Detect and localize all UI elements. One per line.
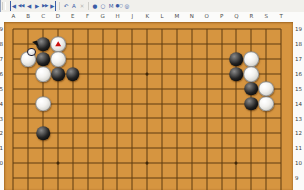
board-cell-O11[interactable] xyxy=(199,141,214,156)
board-cell-O9[interactable] xyxy=(199,170,214,185)
board-cell-B16[interactable] xyxy=(21,67,36,82)
board-cell-K18[interactable] xyxy=(140,37,155,52)
board-cell-B11[interactable] xyxy=(21,141,36,156)
board-cell-R18[interactable] xyxy=(244,37,259,52)
board-cell-J9[interactable] xyxy=(125,170,140,185)
board-cell-G11[interactable] xyxy=(95,141,110,156)
board-cell-R13[interactable] xyxy=(244,111,259,126)
column-label: O xyxy=(205,13,209,19)
white-stone-R17[interactable] xyxy=(244,51,260,67)
board-cell-D10[interactable] xyxy=(51,156,66,171)
board-cell-A16[interactable] xyxy=(6,67,21,82)
board-cell-H19[interactable] xyxy=(110,22,125,37)
board-cell-A18[interactable] xyxy=(6,37,21,52)
board-cell-H11[interactable] xyxy=(110,141,125,156)
board-cell-E12[interactable] xyxy=(65,126,80,141)
board-cell-E17[interactable] xyxy=(65,52,80,67)
undo-tool-button[interactable]: ↶ xyxy=(62,1,70,11)
board-cell-A14[interactable] xyxy=(6,96,21,111)
board-cell-H16[interactable] xyxy=(110,67,125,82)
board-cell-Q17[interactable] xyxy=(229,52,244,67)
black-stone-Q17[interactable] xyxy=(230,52,244,66)
column-label: B xyxy=(26,13,30,19)
board-cell-Q9[interactable] xyxy=(229,170,244,185)
board-cell-J10[interactable] xyxy=(125,156,140,171)
row-label-clipped: 14 xyxy=(0,101,3,107)
board-cell-J17[interactable] xyxy=(125,52,140,67)
board-cell-M8[interactable] xyxy=(170,185,185,190)
board-cell-P12[interactable] xyxy=(214,126,229,141)
board-cell-S8[interactable] xyxy=(259,185,274,190)
go-editor-window: ◀◀◀◀▶▶▶▶↶A✕●○M●○◎ ABCDEFGHJKLMNOPQRST 19… xyxy=(0,0,304,190)
board-cell-Q8[interactable] xyxy=(229,185,244,190)
board-cell-C19[interactable] xyxy=(36,22,51,37)
nav-forward-10-button[interactable]: ▶▶ xyxy=(41,1,49,11)
row-label-clipped: 13 xyxy=(0,116,3,122)
board-cell-M11[interactable] xyxy=(170,141,185,156)
row-label: 13 xyxy=(295,116,302,122)
board-cell-O12[interactable] xyxy=(199,126,214,141)
board-cell-Q16[interactable] xyxy=(229,67,244,82)
column-labels-strip: ABCDEFGHJKLMNOPQRST xyxy=(0,12,304,22)
board-cell-L17[interactable] xyxy=(155,52,170,67)
board-cell-L11[interactable] xyxy=(155,141,170,156)
board-cell-E16[interactable] xyxy=(65,67,80,82)
board-cell-P17[interactable] xyxy=(214,52,229,67)
board-cell-R19[interactable] xyxy=(244,22,259,37)
column-label: A xyxy=(11,13,15,19)
board-cell-L14[interactable] xyxy=(155,96,170,111)
white-stone-S14[interactable] xyxy=(258,96,274,112)
board-cell-L16[interactable] xyxy=(155,67,170,82)
board-cell-B14[interactable] xyxy=(21,96,36,111)
pass-tool-button[interactable]: ✕ xyxy=(78,1,86,11)
board-cell-K14[interactable] xyxy=(140,96,155,111)
board-cell-A11[interactable] xyxy=(6,141,21,156)
board-cell-C9[interactable] xyxy=(36,170,51,185)
board-cell-T14[interactable] xyxy=(274,96,289,111)
board-cell-R12[interactable] xyxy=(244,126,259,141)
board-cell-N9[interactable] xyxy=(184,170,199,185)
board-cell-F14[interactable] xyxy=(80,96,95,111)
board-cell-K16[interactable] xyxy=(140,67,155,82)
board-cell-J13[interactable] xyxy=(125,111,140,126)
board-cell-H17[interactable] xyxy=(110,52,125,67)
white-stone-D18[interactable] xyxy=(50,36,66,52)
board-cell-T18[interactable] xyxy=(274,37,289,52)
board-cell-O10[interactable] xyxy=(199,156,214,171)
board-cell-C12[interactable] xyxy=(36,126,51,141)
board-cell-M17[interactable] xyxy=(170,52,185,67)
cursor-stone-icon xyxy=(27,48,36,57)
board-cell-F16[interactable] xyxy=(80,67,95,82)
board-cell-P10[interactable] xyxy=(214,156,229,171)
board-cell-M13[interactable] xyxy=(170,111,185,126)
board-cell-D14[interactable] xyxy=(51,96,66,111)
board-cell-J16[interactable] xyxy=(125,67,140,82)
board-cell-J12[interactable] xyxy=(125,126,140,141)
board-cell-L9[interactable] xyxy=(155,170,170,185)
board-cell-J11[interactable] xyxy=(125,141,140,156)
board-cell-P18[interactable] xyxy=(214,37,229,52)
column-label: T xyxy=(279,13,282,19)
white-stone-C16[interactable] xyxy=(35,66,51,82)
board-cell-N12[interactable] xyxy=(184,126,199,141)
white-stone-C14[interactable] xyxy=(35,96,51,112)
board-cell-L10[interactable] xyxy=(155,156,170,171)
board-cell-B10[interactable] xyxy=(21,156,36,171)
board-cell-E10[interactable] xyxy=(65,156,80,171)
black-stone-E16[interactable] xyxy=(66,67,80,81)
board-cell-E19[interactable] xyxy=(65,22,80,37)
board-cell-P19[interactable] xyxy=(214,22,229,37)
board-cell-N18[interactable] xyxy=(184,37,199,52)
board-cell-F13[interactable] xyxy=(80,111,95,126)
column-label: J xyxy=(132,13,134,19)
board-cell-O15[interactable] xyxy=(199,81,214,96)
board-cell-D9[interactable] xyxy=(51,170,66,185)
board-cell-E11[interactable] xyxy=(65,141,80,156)
board-cell-H10[interactable] xyxy=(110,156,125,171)
board-cell-T15[interactable] xyxy=(274,81,289,96)
row-label-clipped: 11 xyxy=(0,145,3,151)
board-cell-F19[interactable] xyxy=(80,22,95,37)
board-cell-M14[interactable] xyxy=(170,96,185,111)
board-cell-G19[interactable] xyxy=(95,22,110,37)
board-cell-F9[interactable] xyxy=(80,170,95,185)
board-cell-S10[interactable] xyxy=(259,156,274,171)
board-cell-M12[interactable] xyxy=(170,126,185,141)
board-cell-G15[interactable] xyxy=(95,81,110,96)
board-cell-J19[interactable] xyxy=(125,22,140,37)
board-cell-E9[interactable] xyxy=(65,170,80,185)
column-label: D xyxy=(56,13,60,19)
board-cell-T11[interactable] xyxy=(274,141,289,156)
board-cell-A10[interactable] xyxy=(6,156,21,171)
stone-placement-cursor-icon xyxy=(26,41,40,58)
board-cell-H8[interactable] xyxy=(110,185,125,190)
board-cell-A12[interactable] xyxy=(6,126,21,141)
board-cell-K10[interactable] xyxy=(140,156,155,171)
board-cell-G10[interactable] xyxy=(95,156,110,171)
white-stone-R16[interactable] xyxy=(244,66,260,82)
board-cell-D19[interactable] xyxy=(51,22,66,37)
board-cell-B13[interactable] xyxy=(21,111,36,126)
board-cell-S17[interactable] xyxy=(259,52,274,67)
white-stone-tool-button[interactable]: ○ xyxy=(99,1,107,11)
board-cell-G13[interactable] xyxy=(95,111,110,126)
board-cell-N10[interactable] xyxy=(184,156,199,171)
board-cell-K11[interactable] xyxy=(140,141,155,156)
board-cell-R8[interactable] xyxy=(244,185,259,190)
board-cell-D15[interactable] xyxy=(51,81,66,96)
board-cell-T17[interactable] xyxy=(274,52,289,67)
star-point xyxy=(235,162,238,165)
board-cell-P13[interactable] xyxy=(214,111,229,126)
nav-forward-button-icon: ▶ xyxy=(35,1,39,11)
board-cell-P14[interactable] xyxy=(214,96,229,111)
row-label-clipped: 12 xyxy=(0,130,3,136)
board-cell-F12[interactable] xyxy=(80,126,95,141)
board-cell-D8[interactable] xyxy=(51,185,66,190)
nav-last-button-icon: ▶ xyxy=(50,1,56,11)
board-cell-T19[interactable] xyxy=(274,22,289,37)
board-cell-J14[interactable] xyxy=(125,96,140,111)
board-cell-E14[interactable] xyxy=(65,96,80,111)
board-cell-J15[interactable] xyxy=(125,81,140,96)
board-cell-C16[interactable] xyxy=(36,67,51,82)
toolbar-separator xyxy=(59,2,60,10)
board-cell-F11[interactable] xyxy=(80,141,95,156)
toolbar-grip[interactable] xyxy=(2,2,6,10)
board-cell-A15[interactable] xyxy=(6,81,21,96)
board-cell-G18[interactable] xyxy=(95,37,110,52)
find-move-button[interactable]: M xyxy=(107,1,115,11)
board-cell-S14[interactable] xyxy=(259,96,274,111)
board-cell-L18[interactable] xyxy=(155,37,170,52)
board-cell-N17[interactable] xyxy=(184,52,199,67)
board-cell-Q13[interactable] xyxy=(229,111,244,126)
board-cell-R17[interactable] xyxy=(244,52,259,67)
board-cell-P11[interactable] xyxy=(214,141,229,156)
board-cell-N13[interactable] xyxy=(184,111,199,126)
board-cell-G9[interactable] xyxy=(95,170,110,185)
board-cell-C13[interactable] xyxy=(36,111,51,126)
board-cell-Q14[interactable] xyxy=(229,96,244,111)
board-cell-G17[interactable] xyxy=(95,52,110,67)
board-cell-N15[interactable] xyxy=(184,81,199,96)
column-label: L xyxy=(161,13,164,19)
board-cell-G8[interactable] xyxy=(95,185,110,190)
board-cell-H13[interactable] xyxy=(110,111,125,126)
board-cell-T8[interactable] xyxy=(274,185,289,190)
board-cell-C14[interactable] xyxy=(36,96,51,111)
board-cell-T16[interactable] xyxy=(274,67,289,82)
board-cell-D11[interactable] xyxy=(51,141,66,156)
board-cell-L12[interactable] xyxy=(155,126,170,141)
board-cell-L19[interactable] xyxy=(155,22,170,37)
board-cell-A19[interactable] xyxy=(6,22,21,37)
board-cell-Q11[interactable] xyxy=(229,141,244,156)
board-cell-D18[interactable] xyxy=(51,37,66,52)
board-cell-O17[interactable] xyxy=(199,52,214,67)
board-cell-O14[interactable] xyxy=(199,96,214,111)
nav-first-button[interactable]: ◀ xyxy=(9,1,17,11)
board-cell-F10[interactable] xyxy=(80,156,95,171)
board-cell-C15[interactable] xyxy=(36,81,51,96)
board-cell-H12[interactable] xyxy=(110,126,125,141)
row-label: 12 xyxy=(295,130,302,136)
board-cell-O19[interactable] xyxy=(199,22,214,37)
board-cell-H9[interactable] xyxy=(110,170,125,185)
board-cell-L13[interactable] xyxy=(155,111,170,126)
column-label: E xyxy=(71,13,74,19)
board-cell-G16[interactable] xyxy=(95,67,110,82)
board-cell-S15[interactable] xyxy=(259,81,274,96)
nav-back-10-button-icon: ◀◀ xyxy=(18,1,24,11)
board-cell-L8[interactable] xyxy=(155,185,170,190)
black-stone-C12[interactable] xyxy=(36,127,50,141)
board-cell-S11[interactable] xyxy=(259,141,274,156)
board-cell-O18[interactable] xyxy=(199,37,214,52)
column-label: K xyxy=(145,13,149,19)
board-cell-H18[interactable] xyxy=(110,37,125,52)
board-cell-J18[interactable] xyxy=(125,37,140,52)
board-cell-P16[interactable] xyxy=(214,67,229,82)
board-cell-N8[interactable] xyxy=(184,185,199,190)
board-cell-T9[interactable] xyxy=(274,170,289,185)
board-cell-E13[interactable] xyxy=(65,111,80,126)
row-label: 9 xyxy=(295,175,299,181)
board-cell-K15[interactable] xyxy=(140,81,155,96)
board-cell-Q15[interactable] xyxy=(229,81,244,96)
board-cell-G14[interactable] xyxy=(95,96,110,111)
board-cell-C8[interactable] xyxy=(36,185,51,190)
row-label-clipped: 10 xyxy=(0,160,3,166)
board-cell-B9[interactable] xyxy=(21,170,36,185)
board-cell-P15[interactable] xyxy=(214,81,229,96)
board-cell-D13[interactable] xyxy=(51,111,66,126)
board-cell-B8[interactable] xyxy=(21,185,36,190)
black-stone-R14[interactable] xyxy=(245,97,259,111)
board-cell-E18[interactable] xyxy=(65,37,80,52)
board-cell-K12[interactable] xyxy=(140,126,155,141)
column-label: F xyxy=(86,13,89,19)
black-stone-D16[interactable] xyxy=(51,67,65,81)
board-cell-B12[interactable] xyxy=(21,126,36,141)
letter-mark-tool-button[interactable]: A xyxy=(70,1,78,11)
board-cell-M9[interactable] xyxy=(170,170,185,185)
board-cell-O8[interactable] xyxy=(199,185,214,190)
board-cell-Q10[interactable] xyxy=(229,156,244,171)
board-cell-D16[interactable] xyxy=(51,67,66,82)
nav-back-10-button[interactable]: ◀◀ xyxy=(17,1,25,11)
board-cell-P9[interactable] xyxy=(214,170,229,185)
board-cell-E8[interactable] xyxy=(65,185,80,190)
board-cell-K17[interactable] xyxy=(140,52,155,67)
row-label: 11 xyxy=(295,145,302,151)
go-board[interactable] xyxy=(4,22,293,190)
board-cell-M10[interactable] xyxy=(170,156,185,171)
board-cell-R15[interactable] xyxy=(244,81,259,96)
board-cell-S16[interactable] xyxy=(259,67,274,82)
board-cell-D12[interactable] xyxy=(51,126,66,141)
board-cell-H14[interactable] xyxy=(110,96,125,111)
board-cell-F18[interactable] xyxy=(80,37,95,52)
nav-last-button[interactable]: ▶ xyxy=(49,1,57,11)
board-cell-N14[interactable] xyxy=(184,96,199,111)
board-cell-A17[interactable] xyxy=(6,52,21,67)
board-cell-B15[interactable] xyxy=(21,81,36,96)
board-cell-L15[interactable] xyxy=(155,81,170,96)
zoom-tool-button[interactable]: ◎ xyxy=(123,1,131,11)
row-label-clipped: 15 xyxy=(0,86,3,92)
board-cell-Q12[interactable] xyxy=(229,126,244,141)
row-label-clipped: 18 xyxy=(0,41,3,47)
board-cell-K19[interactable] xyxy=(140,22,155,37)
board-cell-S13[interactable] xyxy=(259,111,274,126)
window-edge xyxy=(0,0,1,12)
nav-back-button-icon: ◀ xyxy=(27,1,31,11)
column-label: R xyxy=(249,13,253,19)
board-cell-N11[interactable] xyxy=(184,141,199,156)
board-cell-M15[interactable] xyxy=(170,81,185,96)
board-cell-S9[interactable] xyxy=(259,170,274,185)
board-cell-M16[interactable] xyxy=(170,67,185,82)
board-cell-F8[interactable] xyxy=(80,185,95,190)
board-cell-R14[interactable] xyxy=(244,96,259,111)
board-cell-A8[interactable] xyxy=(6,185,21,190)
white-stone-D17[interactable] xyxy=(50,51,66,67)
black-stone-tool-button[interactable]: ● xyxy=(91,1,99,11)
nav-forward-button[interactable]: ▶ xyxy=(33,1,41,11)
star-point xyxy=(146,72,149,75)
board-cell-N19[interactable] xyxy=(184,22,199,37)
board-cell-C10[interactable] xyxy=(36,156,51,171)
board-cell-B19[interactable] xyxy=(21,22,36,37)
board-cell-E15[interactable] xyxy=(65,81,80,96)
board-cell-S19[interactable] xyxy=(259,22,274,37)
zoom-tool-button-icon: ◎ xyxy=(125,1,130,11)
board-cell-P8[interactable] xyxy=(214,185,229,190)
board-cell-N16[interactable] xyxy=(184,67,199,82)
row-label: 16 xyxy=(295,71,302,77)
board-cell-S12[interactable] xyxy=(259,126,274,141)
column-label: S xyxy=(265,13,269,19)
board-cell-H15[interactable] xyxy=(110,81,125,96)
row-label-clipped: 17 xyxy=(0,56,3,62)
board-cell-T10[interactable] xyxy=(274,156,289,171)
board-cell-R11[interactable] xyxy=(244,141,259,156)
board-cell-C11[interactable] xyxy=(36,141,51,156)
board-cell-O13[interactable] xyxy=(199,111,214,126)
board-cell-R16[interactable] xyxy=(244,67,259,82)
board-cell-A13[interactable] xyxy=(6,111,21,126)
board-cell-S18[interactable] xyxy=(259,37,274,52)
triangle-mark-icon xyxy=(55,41,61,46)
nav-back-button[interactable]: ◀ xyxy=(25,1,33,11)
board-cell-A9[interactable] xyxy=(6,170,21,185)
black-stone-Q16[interactable] xyxy=(230,67,244,81)
board-cell-T12[interactable] xyxy=(274,126,289,141)
board-cell-M18[interactable] xyxy=(170,37,185,52)
board-cell-K9[interactable] xyxy=(140,170,155,185)
white-stone-S15[interactable] xyxy=(258,81,274,97)
board-cell-K8[interactable] xyxy=(140,185,155,190)
stone-pair-tool-button[interactable]: ●○ xyxy=(115,1,123,11)
column-label: Q xyxy=(234,13,238,19)
pass-tool-button-icon: ✕ xyxy=(80,1,85,11)
board-cell-O16[interactable] xyxy=(199,67,214,82)
board-cell-R9[interactable] xyxy=(244,170,259,185)
board-cell-F17[interactable] xyxy=(80,52,95,67)
board-cell-Q19[interactable] xyxy=(229,22,244,37)
row-label-clipped: 16 xyxy=(0,71,3,77)
board-cell-K13[interactable] xyxy=(140,111,155,126)
board-cell-D17[interactable] xyxy=(51,52,66,67)
board-cell-J8[interactable] xyxy=(125,185,140,190)
black-stone-R15[interactable] xyxy=(245,82,259,96)
board-cell-G12[interactable] xyxy=(95,126,110,141)
board-cell-Q18[interactable] xyxy=(229,37,244,52)
undo-tool-button-icon: ↶ xyxy=(64,1,69,11)
row-label: 14 xyxy=(295,101,302,107)
board-cell-R10[interactable] xyxy=(244,156,259,171)
board-cell-F15[interactable] xyxy=(80,81,95,96)
board-cell-M19[interactable] xyxy=(170,22,185,37)
stone-pair-tool-button-icon: ●○ xyxy=(116,1,123,11)
board-cell-T13[interactable] xyxy=(274,111,289,126)
